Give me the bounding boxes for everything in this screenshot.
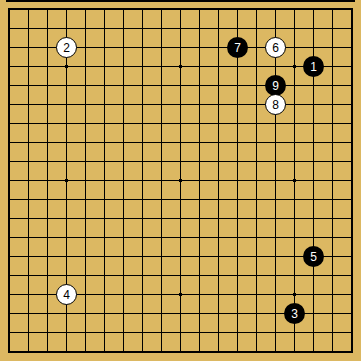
intersection [342,171,361,190]
intersection [304,0,323,19]
intersection [95,190,114,209]
intersection [152,304,171,323]
intersection [114,133,133,152]
intersection [266,285,285,304]
intersection [152,38,171,57]
intersection [0,95,19,114]
intersection [190,133,209,152]
intersection [209,76,228,95]
intersection [171,247,190,266]
intersection [171,19,190,38]
intersection [76,57,95,76]
intersection [76,323,95,342]
intersection [323,266,342,285]
intersection [209,266,228,285]
go-diagram: 276198543 [0,0,361,361]
intersection [0,209,19,228]
intersection [57,76,76,95]
intersection [38,0,57,19]
intersection [152,247,171,266]
stone-number: 2 [63,41,70,53]
intersection [19,209,38,228]
intersection [0,190,19,209]
intersection [247,190,266,209]
intersection [171,152,190,171]
intersection [304,228,323,247]
intersection [190,38,209,57]
intersection [38,19,57,38]
intersection [190,190,209,209]
intersection [76,209,95,228]
intersection [171,38,190,57]
intersection [19,342,38,361]
intersection [57,228,76,247]
intersection [76,285,95,304]
intersection [171,323,190,342]
intersection [57,114,76,133]
intersection [133,114,152,133]
intersection [209,0,228,19]
intersection [38,247,57,266]
intersection [0,228,19,247]
intersection [190,285,209,304]
intersection [342,114,361,133]
intersection [76,342,95,361]
intersection [190,342,209,361]
intersection [285,190,304,209]
intersection: 1 [304,57,323,76]
intersection [114,304,133,323]
intersection [57,190,76,209]
intersection: 6 [266,38,285,57]
intersection [247,304,266,323]
intersection [342,0,361,19]
intersection [266,0,285,19]
intersection [19,190,38,209]
intersection [304,266,323,285]
intersection [152,209,171,228]
intersection [190,209,209,228]
intersection [76,152,95,171]
intersection [285,247,304,266]
intersection [190,76,209,95]
intersection [76,304,95,323]
intersection [323,285,342,304]
intersection [114,209,133,228]
intersection [0,304,19,323]
intersection [190,57,209,76]
intersection [228,0,247,19]
intersection: 9 [266,76,285,95]
intersection: 3 [285,304,304,323]
intersection [38,171,57,190]
intersection [171,266,190,285]
intersection [38,304,57,323]
intersection [266,152,285,171]
intersection [133,152,152,171]
intersection [342,228,361,247]
intersection [228,247,247,266]
intersection [38,76,57,95]
intersection [133,57,152,76]
intersection [114,285,133,304]
intersection [304,285,323,304]
intersection [38,342,57,361]
intersection [266,304,285,323]
intersection [0,19,19,38]
intersection [342,209,361,228]
intersection [114,247,133,266]
intersection [95,38,114,57]
stone-number: 7 [234,41,241,53]
stone-white-move-4-D4: 4 [56,284,77,305]
intersection [19,171,38,190]
intersection: 2 [57,38,76,57]
intersection [190,95,209,114]
intersection [57,57,76,76]
intersection [114,0,133,19]
intersection [0,266,19,285]
intersection [76,190,95,209]
intersection [38,209,57,228]
intersection [209,114,228,133]
intersection [114,152,133,171]
intersection [209,57,228,76]
intersection [133,0,152,19]
intersection [266,323,285,342]
intersection [247,342,266,361]
intersection [285,19,304,38]
intersection [114,228,133,247]
intersection [0,247,19,266]
intersection [76,76,95,95]
intersection [133,209,152,228]
intersection [247,133,266,152]
intersection [76,266,95,285]
intersection [228,171,247,190]
intersection [266,190,285,209]
intersection [133,266,152,285]
intersection [133,228,152,247]
intersection [304,19,323,38]
intersection [190,19,209,38]
intersection [171,76,190,95]
intersection [323,133,342,152]
intersection [19,323,38,342]
intersection [247,57,266,76]
intersection: 8 [266,95,285,114]
intersection [304,38,323,57]
intersection [76,19,95,38]
intersection [247,266,266,285]
intersection [114,266,133,285]
intersection [19,76,38,95]
intersection [171,285,190,304]
intersection [342,57,361,76]
intersection [323,190,342,209]
intersection [228,342,247,361]
intersection [247,38,266,57]
intersection [95,152,114,171]
intersection [152,114,171,133]
intersection [323,342,342,361]
intersection [342,304,361,323]
intersection [95,19,114,38]
intersection [95,114,114,133]
intersection [285,38,304,57]
intersection [76,247,95,266]
intersection [95,0,114,19]
intersection [304,190,323,209]
intersection [38,57,57,76]
intersection [209,19,228,38]
stone-number: 4 [63,288,70,300]
intersection [285,57,304,76]
intersection [152,190,171,209]
intersection [76,133,95,152]
intersection [38,152,57,171]
intersection [209,171,228,190]
intersection [342,285,361,304]
intersection [152,228,171,247]
intersection [342,152,361,171]
intersection [285,76,304,95]
intersection [323,38,342,57]
intersection [190,114,209,133]
intersection [228,323,247,342]
intersection [323,228,342,247]
intersection [171,342,190,361]
intersection [57,19,76,38]
intersection [285,228,304,247]
intersection [19,0,38,19]
intersection [304,76,323,95]
intersection [76,38,95,57]
intersection [342,323,361,342]
intersection [0,342,19,361]
intersection [304,95,323,114]
intersection [57,0,76,19]
intersection [95,228,114,247]
intersection [228,304,247,323]
diagram-top-rule [6,0,355,2]
intersection [209,190,228,209]
intersection [228,57,247,76]
intersection [323,114,342,133]
intersection [304,171,323,190]
intersection [114,190,133,209]
intersection [133,323,152,342]
intersection [266,57,285,76]
intersection [57,171,76,190]
intersection [19,266,38,285]
intersection [38,95,57,114]
intersection [266,342,285,361]
intersection [285,285,304,304]
intersection [171,0,190,19]
intersection [228,285,247,304]
intersection [95,95,114,114]
intersection [247,247,266,266]
intersection [19,133,38,152]
stone-black-move-9-P15: 9 [265,75,286,96]
stone-black-move-3-Q3: 3 [284,303,305,324]
intersection [228,114,247,133]
intersection [304,304,323,323]
intersection [133,247,152,266]
intersection [95,209,114,228]
intersection [95,266,114,285]
intersection [247,114,266,133]
intersection [38,38,57,57]
intersection [342,266,361,285]
intersection [38,133,57,152]
intersection [57,342,76,361]
intersection [95,323,114,342]
intersection [190,266,209,285]
intersection [342,133,361,152]
intersection [285,95,304,114]
stone-number: 6 [272,41,279,53]
intersection [342,190,361,209]
intersection [152,0,171,19]
intersection [95,304,114,323]
intersection [209,209,228,228]
intersection [0,114,19,133]
intersection [247,152,266,171]
intersection [285,342,304,361]
intersection [247,95,266,114]
intersection [304,323,323,342]
intersection [76,0,95,19]
intersection [209,285,228,304]
intersection [57,152,76,171]
intersection [171,228,190,247]
intersection [38,228,57,247]
intersection [0,171,19,190]
intersection [152,342,171,361]
intersection [152,57,171,76]
intersection [171,209,190,228]
stone-black-move-5-R6: 5 [303,246,324,267]
intersection [0,133,19,152]
intersection [19,304,38,323]
intersection [323,171,342,190]
go-board: 276198543 [0,0,361,361]
intersection [38,285,57,304]
intersection [323,57,342,76]
intersection [19,152,38,171]
intersection [323,209,342,228]
intersection [342,76,361,95]
intersection [171,171,190,190]
intersection [171,190,190,209]
intersection [57,133,76,152]
intersection [95,247,114,266]
intersection [133,95,152,114]
intersection [247,285,266,304]
intersection [304,152,323,171]
intersection [190,228,209,247]
intersection [0,152,19,171]
intersection [342,342,361,361]
intersection [190,323,209,342]
intersection [228,133,247,152]
intersection [114,19,133,38]
intersection [57,209,76,228]
intersection [209,323,228,342]
intersection [133,285,152,304]
intersection [190,152,209,171]
intersection [190,247,209,266]
intersection [304,133,323,152]
intersection [133,38,152,57]
intersection [19,38,38,57]
stone-white-move-2-D17: 2 [56,37,77,58]
intersection [114,171,133,190]
intersection [38,323,57,342]
intersection [95,133,114,152]
intersection [152,152,171,171]
intersection [190,304,209,323]
intersection [114,76,133,95]
intersection [323,304,342,323]
intersection [19,285,38,304]
intersection [133,171,152,190]
stone-number: 5 [310,250,317,262]
intersection [228,95,247,114]
intersection [133,19,152,38]
intersection [95,76,114,95]
intersection [266,228,285,247]
intersection [171,95,190,114]
intersection [209,342,228,361]
intersection [209,228,228,247]
intersection [266,171,285,190]
intersection [95,57,114,76]
intersection [323,76,342,95]
intersection [114,57,133,76]
stone-number: 3 [291,307,298,319]
intersection [152,285,171,304]
intersection [323,0,342,19]
intersection [285,323,304,342]
intersection [285,114,304,133]
intersection [342,38,361,57]
intersection [209,304,228,323]
intersection [133,342,152,361]
intersection [342,247,361,266]
intersection [114,114,133,133]
intersection [0,285,19,304]
intersection [152,266,171,285]
intersection [152,323,171,342]
intersection [342,95,361,114]
intersection [190,171,209,190]
intersection [19,114,38,133]
intersection [57,95,76,114]
intersection [0,76,19,95]
intersection [323,152,342,171]
intersection [247,0,266,19]
intersection [57,247,76,266]
intersection [247,323,266,342]
intersection: 7 [228,38,247,57]
intersection [152,171,171,190]
intersection [285,152,304,171]
intersection [228,152,247,171]
intersection [0,0,19,19]
